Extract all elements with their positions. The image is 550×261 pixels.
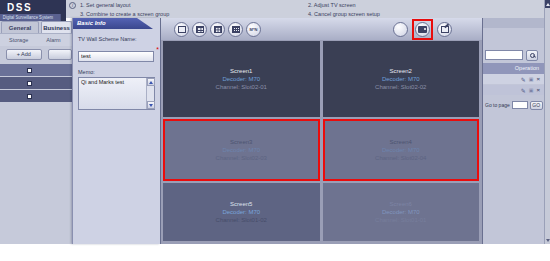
screen-channel: Channel: Slot02-02 [375,83,426,91]
tab-business[interactable]: Business [41,21,72,33]
screen-decoder: Decoder: M70 [222,75,260,83]
screen-channel: Channel: Slot02-03 [216,154,267,162]
scroll-up-icon[interactable] [147,78,155,86]
partial-button[interactable] [48,49,72,60]
scheme-list [0,64,72,102]
delete-icon[interactable]: × [536,87,540,93]
goto-label: Go to page [485,102,510,108]
wizard-steps: i 1. Set general layout 2. Adjust TV scr… [66,0,437,18]
screen-name: Screen1 [230,67,252,75]
operation-column-header: Operation [483,63,544,74]
edit-icon[interactable]: ✎ [521,87,526,94]
layout-9-button[interactable] [210,22,225,37]
top-bar: i 1. Set general layout 2. Adjust TV scr… [0,0,544,18]
logo-subtitle: Digital Surveillance System [0,14,61,21]
layout-mn-label: M*N [250,27,258,32]
sidebar-tabs: General Business [0,21,72,33]
search-row [483,49,544,61]
step-3: 3. Combine to create a screen group [80,11,308,17]
checkbox[interactable] [27,68,32,73]
screen-decoder: Decoder: M70 [222,146,260,154]
search-input[interactable] [485,50,523,60]
monitor-icon [418,26,427,33]
search-icon [530,53,535,58]
required-mark: * [156,46,159,53]
right-panel: Operation ✎ ▣ × ✎ ▣ × Go to page GO [483,18,544,244]
layout-mn-button[interactable]: M*N [246,22,261,37]
screen-decoder: Decoder: M70 [382,146,420,154]
screen-channel: Channel: Slot01-01 [375,216,426,224]
delete-icon[interactable]: × [536,76,540,82]
memo-input[interactable]: Qi and Marks test [79,78,147,109]
bind-decoder-button[interactable] [415,22,430,37]
screen-name: Screen2 [390,67,412,75]
go-button[interactable]: GO [530,101,543,110]
screen-name: Screen4 [390,138,412,146]
right-panel-header-strip [483,18,544,28]
layout-4-button[interactable] [192,22,207,37]
list-item[interactable] [0,64,72,76]
step-2: 2. Adjust TV screen [308,2,437,8]
scheme-name-input[interactable] [78,51,154,62]
page-scrollbar[interactable] [544,0,550,244]
tab-general[interactable]: General [1,21,39,33]
combine-screen-button[interactable] [437,22,452,37]
edit-icon[interactable]: ✎ [521,76,526,83]
layout-16-icon [232,26,240,33]
screen-2[interactable]: Screen2 Decoder: M70 Channel: Slot02-02 [323,41,480,117]
table-row: ✎ ▣ × [483,74,544,84]
screen-channel: Channel: Slot02-04 [375,154,426,162]
layout-16-button[interactable] [228,22,243,37]
logo-text: DSS [0,0,66,13]
sidebar-subtabs: Storage Alarm [0,33,72,46]
memo-scrollbar[interactable] [146,78,154,109]
screen-name: Screen3 [230,138,252,146]
basic-info-panel: Basic Info TV Wall Scheme Name: * Memo: … [72,18,160,244]
table-row: ✎ ▣ × [483,85,544,95]
tv-wall-wizard: M*N Screen1 Decoder: M70 Channel: [160,18,483,244]
screen-3-selected[interactable]: Screen3 Decoder: M70 Channel: Slot02-03 [163,119,320,181]
layout-4-icon [196,26,204,33]
screen-6[interactable]: Screen6 Decoder: M70 Channel: Slot01-01 [323,183,480,241]
screen-1[interactable]: Screen1 Decoder: M70 Channel: Slot02-01 [163,41,320,117]
screen-name: Screen5 [230,200,252,208]
sidebar: General Business Storage Alarm + Add [0,21,72,244]
dss-app: i 1. Set general layout 2. Adjust TV scr… [0,0,550,261]
scroll-down-icon[interactable] [147,101,155,109]
screen-channel: Channel: Slot01-02 [216,216,267,224]
layout-1-button[interactable] [174,22,189,37]
list-item[interactable] [0,77,72,89]
combine-icon [441,26,449,33]
step-4: 4. Cancel group screen setup [308,11,437,17]
wall-actions [393,19,452,40]
delete-screen-button[interactable] [393,22,408,37]
memo-label: Memo: [78,69,160,75]
screen-name: Screen6 [390,200,412,208]
scheme-name-label: TV Wall Scheme Name: [78,36,160,42]
assign-icon[interactable]: ▣ [529,87,534,93]
screen-decoder: Decoder: M70 [382,75,420,83]
screen-decoder: Decoder: M70 [222,208,260,216]
add-button[interactable]: + Add [6,49,42,60]
layout-9-icon [214,26,222,33]
wall-toolbar: M*N [161,18,482,40]
logo: DSS Digital Surveillance System [0,0,66,21]
scroll-down-icon[interactable] [545,236,550,244]
subtab-storage[interactable]: Storage [9,37,28,43]
assign-icon[interactable]: ▣ [529,76,534,82]
screen-4-selected[interactable]: Screen4 Decoder: M70 Channel: Slot02-04 [323,119,480,181]
checkbox[interactable] [27,94,32,99]
pagination: Go to page GO [483,99,544,111]
screen-grid: Screen1 Decoder: M70 Channel: Slot02-01 … [161,40,482,244]
layout-1-icon [178,26,186,33]
screen-decoder: Decoder: M70 [382,208,420,216]
info-icon: i [69,2,76,9]
highlight-frame [412,19,433,40]
list-item[interactable] [0,90,72,102]
screen-5[interactable]: Screen5 Decoder: M70 Channel: Slot01-02 [163,183,320,241]
goto-page-input[interactable] [512,101,528,109]
basic-info-title: Basic Info [73,18,153,29]
checkbox[interactable] [27,81,32,86]
search-button[interactable] [526,50,538,61]
scroll-up-icon[interactable] [545,0,550,8]
memo-field: Qi and Marks test [78,77,155,110]
screen-channel: Channel: Slot02-01 [216,83,267,91]
step-1: 1. Set general layout [80,2,308,8]
subtab-alarm[interactable]: Alarm [46,37,60,43]
sidebar-button-row: + Add [0,46,72,62]
